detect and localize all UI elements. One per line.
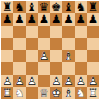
square-g7[interactable]: ♟	[75, 13, 87, 25]
square-f8[interactable]: ♝	[62, 1, 74, 13]
black-pawn: ♟	[26, 13, 38, 25]
white-pawn: ♟♙	[62, 75, 74, 87]
square-h6[interactable]	[87, 26, 99, 38]
white-knight: ♞♘	[13, 87, 25, 99]
black-pawn: ♟	[38, 13, 50, 25]
square-f1[interactable]: ♝♗	[62, 87, 74, 99]
square-g5[interactable]	[75, 38, 87, 50]
black-queen: ♛	[38, 1, 50, 13]
white-queen: ♛♕	[38, 87, 50, 99]
white-pawn: ♟♙	[26, 75, 38, 87]
white-rook: ♜♖	[1, 87, 13, 99]
square-b5[interactable]	[13, 38, 25, 50]
square-h2[interactable]: ♟♙	[87, 75, 99, 87]
square-b1[interactable]: ♞♘	[13, 87, 25, 99]
square-e6[interactable]	[50, 26, 62, 38]
square-e2[interactable]: ♟♙	[50, 75, 62, 87]
square-a5[interactable]	[1, 38, 13, 50]
black-bishop: ♝	[26, 1, 38, 13]
square-a4[interactable]	[1, 50, 13, 62]
square-e3[interactable]	[50, 62, 62, 74]
square-e7[interactable]: ♟	[50, 13, 62, 25]
square-g2[interactable]: ♟♙	[75, 75, 87, 87]
square-a3[interactable]	[1, 62, 13, 74]
square-c3[interactable]	[26, 62, 38, 74]
white-pawn: ♟♙	[13, 75, 25, 87]
square-e5[interactable]	[50, 38, 62, 50]
square-d6[interactable]	[38, 26, 50, 38]
square-c7[interactable]: ♟	[26, 13, 38, 25]
white-pawn: ♟♙	[1, 75, 13, 87]
square-f3[interactable]	[62, 62, 74, 74]
chessboard-screenshot: ♜♞♝♛♚♝♞♜♟♟♟♟♟♟♟♟♟♙♝♗♟♙♟♙♟♙♟♙♟♙♟♙♟♙♜♖♞♘♛♕…	[0, 0, 100, 100]
square-h3[interactable]	[87, 62, 99, 74]
square-f2[interactable]: ♟♙	[62, 75, 74, 87]
square-d2[interactable]	[38, 75, 50, 87]
black-knight: ♞	[13, 1, 25, 13]
square-a1[interactable]: ♜♖	[1, 87, 13, 99]
square-h1[interactable]: ♜♖	[87, 87, 99, 99]
square-e8[interactable]: ♚	[50, 1, 62, 13]
square-b3[interactable]	[13, 62, 25, 74]
white-pawn: ♟♙	[75, 75, 87, 87]
square-f4[interactable]: ♝♗	[62, 50, 74, 62]
square-h5[interactable]	[87, 38, 99, 50]
black-bishop: ♝	[62, 1, 74, 13]
white-pawn: ♟♙	[87, 75, 99, 87]
square-d7[interactable]: ♟	[38, 13, 50, 25]
black-rook: ♜	[87, 1, 99, 13]
square-f6[interactable]	[62, 26, 74, 38]
square-g6[interactable]	[75, 26, 87, 38]
square-d8[interactable]: ♛	[38, 1, 50, 13]
square-a6[interactable]	[1, 26, 13, 38]
square-g1[interactable]: ♞♘	[75, 87, 87, 99]
square-a2[interactable]: ♟♙	[1, 75, 13, 87]
square-d3[interactable]	[38, 62, 50, 74]
square-g8[interactable]: ♞	[75, 1, 87, 13]
square-c4[interactable]	[26, 50, 38, 62]
square-b6[interactable]	[13, 26, 25, 38]
white-pawn: ♟♙	[50, 75, 62, 87]
square-b7[interactable]: ♟	[13, 13, 25, 25]
chess-board: ♜♞♝♛♚♝♞♜♟♟♟♟♟♟♟♟♟♙♝♗♟♙♟♙♟♙♟♙♟♙♟♙♟♙♜♖♞♘♛♕…	[1, 1, 99, 99]
black-pawn: ♟	[1, 13, 13, 25]
square-d4[interactable]: ♟♙	[38, 50, 50, 62]
white-king: ♚♔	[50, 87, 62, 99]
square-c6[interactable]	[26, 26, 38, 38]
square-a8[interactable]: ♜	[1, 1, 13, 13]
square-b8[interactable]: ♞	[13, 1, 25, 13]
black-knight: ♞	[75, 1, 87, 13]
black-pawn: ♟	[13, 13, 25, 25]
square-f7[interactable]: ♟	[62, 13, 74, 25]
white-pawn: ♟♙	[38, 50, 50, 62]
white-bishop: ♝♗	[62, 87, 74, 99]
square-c1[interactable]	[26, 87, 38, 99]
square-c2[interactable]: ♟♙	[26, 75, 38, 87]
white-knight: ♞♘	[75, 87, 87, 99]
square-b2[interactable]: ♟♙	[13, 75, 25, 87]
square-g4[interactable]	[75, 50, 87, 62]
square-c5[interactable]	[26, 38, 38, 50]
black-pawn: ♟	[87, 13, 99, 25]
black-rook: ♜	[1, 1, 13, 13]
square-h7[interactable]: ♟	[87, 13, 99, 25]
square-b4[interactable]	[13, 50, 25, 62]
square-e1[interactable]: ♚♔	[50, 87, 62, 99]
square-e4[interactable]	[50, 50, 62, 62]
black-pawn: ♟	[75, 13, 87, 25]
square-f5[interactable]	[62, 38, 74, 50]
square-g3[interactable]	[75, 62, 87, 74]
square-c8[interactable]: ♝	[26, 1, 38, 13]
square-a7[interactable]: ♟	[1, 13, 13, 25]
square-h8[interactable]: ♜	[87, 1, 99, 13]
square-d5[interactable]	[38, 38, 50, 50]
black-pawn: ♟	[62, 13, 74, 25]
black-king: ♚	[50, 1, 62, 13]
square-h4[interactable]	[87, 50, 99, 62]
white-rook: ♜♖	[87, 87, 99, 99]
white-bishop: ♝♗	[62, 50, 74, 62]
square-d1[interactable]: ♛♕	[38, 87, 50, 99]
black-pawn: ♟	[50, 13, 62, 25]
